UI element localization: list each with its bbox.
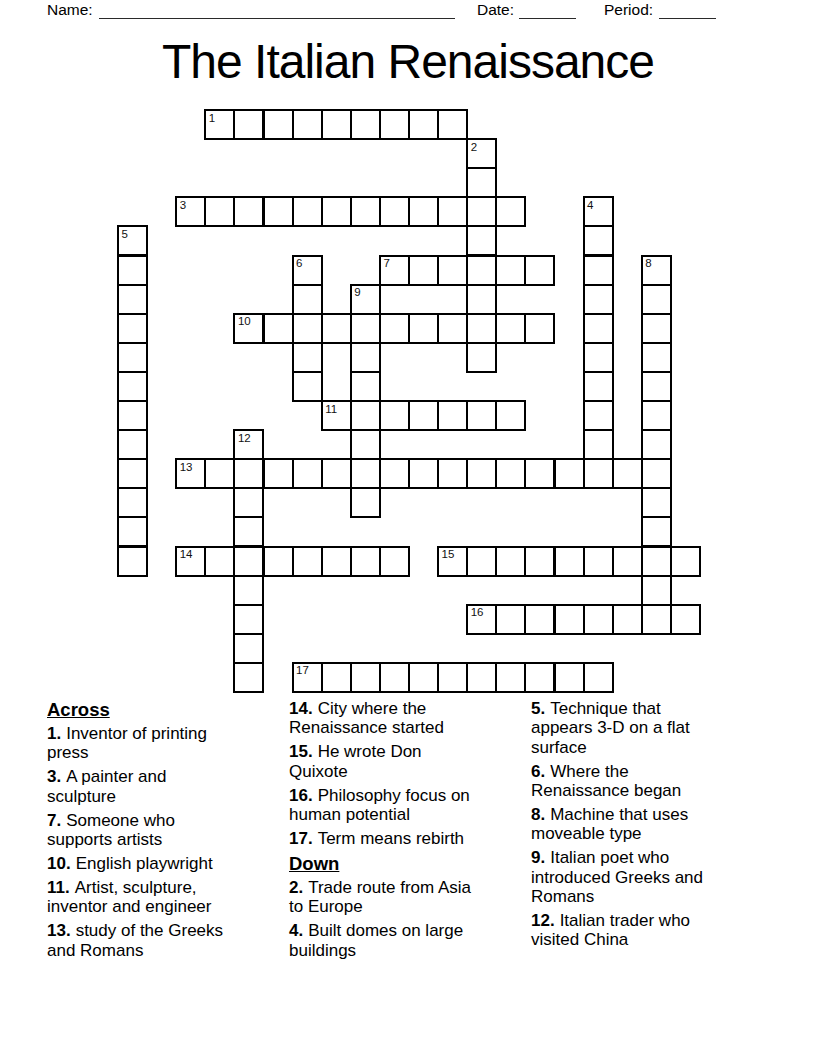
grid-cell-r0c9[interactable]: [379, 109, 410, 140]
grid-cell-r6c0[interactable]: [117, 284, 148, 315]
grid-cell-r19c6[interactable]: 17: [292, 662, 323, 693]
grid-cell-r15c17[interactable]: [612, 546, 643, 577]
grid-cell-r10c10[interactable]: [408, 400, 439, 431]
grid-cell-r12c7[interactable]: [321, 458, 352, 489]
grid-cell-r5c10[interactable]: [408, 255, 439, 286]
grid-cell-r3c12[interactable]: [466, 196, 497, 227]
grid-cell-r15c7[interactable]: [321, 546, 352, 577]
crossword-grid: 1234567891011121314151617: [117, 109, 703, 695]
grid-cell-r19c16[interactable]: [583, 662, 614, 693]
grid-cell-r0c7[interactable]: [321, 109, 352, 140]
grid-cell-r5c0[interactable]: [117, 255, 148, 286]
grid-cell-r12c12[interactable]: [466, 458, 497, 489]
grid-cell-r12c5[interactable]: [263, 458, 294, 489]
grid-cell-r4c16[interactable]: [583, 225, 614, 256]
grid-cell-r19c12[interactable]: [466, 662, 497, 693]
grid-cell-r3c7[interactable]: [321, 196, 352, 227]
clue-across-3: 3.A painter and sculpture: [47, 767, 267, 806]
grid-cell-r10c7[interactable]: 11: [321, 400, 352, 431]
grid-cell-r15c19[interactable]: [670, 546, 701, 577]
grid-cell-r9c18[interactable]: [641, 371, 672, 402]
grid-cell-r10c12[interactable]: [466, 400, 497, 431]
grid-cell-r19c8[interactable]: [350, 662, 381, 693]
clue-across-1: 1.Inventor of printing press: [47, 724, 267, 763]
grid-cell-r5c6[interactable]: 6: [292, 255, 323, 286]
grid-cell-r6c8[interactable]: 9: [350, 284, 381, 315]
clue-number-4: 4: [587, 199, 593, 211]
grid-cell-r12c18[interactable]: [641, 458, 672, 489]
clue-number-6: 6: [296, 257, 302, 269]
clue-text: Inventor of printing press: [47, 724, 207, 762]
grid-cell-r19c9[interactable]: [379, 662, 410, 693]
page-title: The Italian Renaissance: [0, 34, 816, 89]
grid-cell-r7c12[interactable]: [466, 313, 497, 344]
clue-down-6: 6.Where the Renaissance began: [531, 762, 771, 801]
grid-cell-r3c11[interactable]: [437, 196, 468, 227]
grid-cell-r3c2[interactable]: 3: [175, 196, 206, 227]
grid-cell-r14c18[interactable]: [641, 516, 672, 547]
clue-number-3: 3: [180, 199, 186, 211]
clue-label: 11.: [47, 878, 70, 897]
grid-cell-r19c7[interactable]: [321, 662, 352, 693]
clue-across-11: 11.Artist, sculpture, inventor and engin…: [47, 878, 267, 917]
grid-cell-r13c18[interactable]: [641, 487, 672, 518]
grid-cell-r17c13[interactable]: [495, 604, 526, 635]
grid-cell-r5c12[interactable]: [466, 255, 497, 286]
grid-cell-r12c11[interactable]: [437, 458, 468, 489]
grid-cell-r12c16[interactable]: [583, 458, 614, 489]
grid-cell-r7c6[interactable]: [292, 313, 323, 344]
clue-number-2: 2: [471, 141, 477, 153]
clue-text: A painter and sculpture: [47, 767, 166, 805]
grid-cell-r15c15[interactable]: [554, 546, 585, 577]
clue-across-17: 17.Term means rebirth: [289, 829, 509, 848]
grid-cell-r13c0[interactable]: [117, 487, 148, 518]
grid-cell-r5c16[interactable]: [583, 255, 614, 286]
grid-cell-r1c12[interactable]: 2: [466, 138, 497, 169]
grid-cell-r0c6[interactable]: [292, 109, 323, 140]
grid-cell-r5c14[interactable]: [524, 255, 555, 286]
clue-text: Machine that uses moveable type: [531, 805, 688, 843]
clue-down-8: 8.Machine that uses moveable type: [531, 805, 771, 844]
period-label: Period:: [604, 1, 653, 19]
grid-cell-r15c13[interactable]: [495, 546, 526, 577]
grid-cell-r11c16[interactable]: [583, 429, 614, 460]
grid-cell-r3c10[interactable]: [408, 196, 439, 227]
grid-cell-r5c11[interactable]: [437, 255, 468, 286]
grid-cell-r4c12[interactable]: [466, 225, 497, 256]
grid-cell-r8c18[interactable]: [641, 342, 672, 373]
clue-text: Term means rebirth: [318, 829, 464, 848]
grid-cell-r2c12[interactable]: [466, 167, 497, 198]
grid-cell-r9c16[interactable]: [583, 371, 614, 402]
grid-cell-r12c10[interactable]: [408, 458, 439, 489]
clue-label: 13.: [47, 921, 71, 940]
grid-cell-r12c4[interactable]: [233, 458, 264, 489]
grid-cell-r14c4[interactable]: [233, 516, 264, 547]
clue-number-16: 16: [471, 606, 484, 618]
clue-text: Italian poet who introduced Greeks and R…: [531, 848, 703, 906]
grid-cell-r19c14[interactable]: [524, 662, 555, 693]
grid-cell-r10c11[interactable]: [437, 400, 468, 431]
clue-column-1: Across 1.Inventor of printing press3.A p…: [47, 699, 267, 964]
grid-cell-r12c2[interactable]: 13: [175, 458, 206, 489]
grid-cell-r17c18[interactable]: [641, 604, 672, 635]
clue-column-3: 5.Technique that appears 3-D on a flat s…: [531, 699, 771, 964]
grid-cell-r15c18[interactable]: [641, 546, 672, 577]
clue-label: 12.: [531, 911, 555, 930]
grid-cell-r3c6[interactable]: [292, 196, 323, 227]
grid-cell-r15c14[interactable]: [524, 546, 555, 577]
grid-cell-r8c12[interactable]: [466, 342, 497, 373]
grid-cell-r17c15[interactable]: [554, 604, 585, 635]
clues-section: Across 1.Inventor of printing press3.A p…: [47, 699, 777, 964]
clue-across-16: 16.Philosophy focus on human potential: [289, 786, 509, 825]
clue-column-2: 14.City where the Renaissance started15.…: [289, 699, 509, 964]
period-blank-line[interactable]: [659, 1, 716, 19]
grid-cell-r12c14[interactable]: [524, 458, 555, 489]
grid-cell-r3c16[interactable]: 4: [583, 196, 614, 227]
clue-number-15: 15: [442, 548, 455, 560]
clue-label: 5.: [531, 699, 545, 718]
grid-cell-r10c13[interactable]: [495, 400, 526, 431]
grid-cell-r6c6[interactable]: [292, 284, 323, 315]
grid-cell-r12c15[interactable]: [554, 458, 585, 489]
clue-down-4: 4.Built domes on large buildings: [289, 921, 509, 960]
clue-label: 9.: [531, 848, 545, 867]
grid-cell-r12c3[interactable]: [204, 458, 235, 489]
clue-down-2: 2.Trade route from Asia to Europe: [289, 878, 509, 917]
grid-cell-r12c13[interactable]: [495, 458, 526, 489]
grid-cell-r7c0[interactable]: [117, 313, 148, 344]
clue-label: 4.: [289, 921, 303, 940]
grid-cell-r15c3[interactable]: [204, 546, 235, 577]
grid-cell-r13c8[interactable]: [350, 487, 381, 518]
grid-cell-r15c16[interactable]: [583, 546, 614, 577]
clue-number-10: 10: [238, 315, 251, 327]
grid-cell-r7c8[interactable]: [350, 313, 381, 344]
clue-label: 17.: [289, 829, 313, 848]
grid-cell-r0c10[interactable]: [408, 109, 439, 140]
clue-label: 14.: [289, 699, 313, 718]
clue-number-9: 9: [354, 286, 360, 298]
grid-cell-r5c9[interactable]: 7: [379, 255, 410, 286]
grid-cell-r7c13[interactable]: [495, 313, 526, 344]
grid-cell-r0c8[interactable]: [350, 109, 381, 140]
grid-cell-r11c4[interactable]: 12: [233, 429, 264, 460]
grid-cell-r10c0[interactable]: [117, 400, 148, 431]
clue-across-7: 7.Someone who supports artists: [47, 811, 267, 850]
clue-label: 16.: [289, 786, 313, 805]
grid-cell-r4c0[interactable]: 5: [117, 225, 148, 256]
date-label: Date:: [477, 1, 514, 19]
grid-cell-r8c16[interactable]: [583, 342, 614, 373]
clue-across-10: 10.English playwright: [47, 854, 267, 873]
clue-label: 7.: [47, 811, 61, 830]
grid-cell-r15c12[interactable]: [466, 546, 497, 577]
clue-number-5: 5: [122, 228, 128, 240]
grid-cell-r7c18[interactable]: [641, 313, 672, 344]
grid-cell-r0c11[interactable]: [437, 109, 468, 140]
clue-text: Someone who supports artists: [47, 811, 175, 849]
clue-number-12: 12: [238, 432, 251, 444]
clue-text: Technique that appears 3-D on a flat sur…: [531, 699, 690, 757]
grid-cell-r15c6[interactable]: [292, 546, 323, 577]
grid-cell-r17c14[interactable]: [524, 604, 555, 635]
grid-cell-r10c8[interactable]: [350, 400, 381, 431]
grid-cell-r3c5[interactable]: [263, 196, 294, 227]
grid-cell-r5c13[interactable]: [495, 255, 526, 286]
grid-cell-r18c4[interactable]: [233, 633, 264, 664]
grid-cell-r10c9[interactable]: [379, 400, 410, 431]
grid-cell-r19c13[interactable]: [495, 662, 526, 693]
clue-label: 8.: [531, 805, 545, 824]
grid-cell-r13c4[interactable]: [233, 487, 264, 518]
grid-cell-r15c0[interactable]: [117, 546, 148, 577]
grid-cell-r9c6[interactable]: [292, 371, 323, 402]
grid-cell-r9c8[interactable]: [350, 371, 381, 402]
grid-cell-r6c12[interactable]: [466, 284, 497, 315]
grid-cell-r7c14[interactable]: [524, 313, 555, 344]
grid-cell-r3c3[interactable]: [204, 196, 235, 227]
grid-cell-r7c4[interactable]: 10: [233, 313, 264, 344]
grid-cell-r11c18[interactable]: [641, 429, 672, 460]
grid-cell-r3c4[interactable]: [233, 196, 264, 227]
grid-cell-r15c11[interactable]: 15: [437, 546, 468, 577]
date-blank-line[interactable]: [519, 1, 576, 19]
grid-cell-r6c16[interactable]: [583, 284, 614, 315]
grid-cell-r14c0[interactable]: [117, 516, 148, 547]
clue-text: Built domes on large buildings: [289, 921, 463, 959]
clue-down-9: 9.Italian poet who introduced Greeks and…: [531, 848, 771, 906]
clue-number-14: 14: [180, 548, 193, 560]
clue-down-12: 12.Italian trader who visited China: [531, 911, 771, 950]
grid-cell-r15c4[interactable]: [233, 546, 264, 577]
grid-cell-r19c15[interactable]: [554, 662, 585, 693]
clue-text: Artist, sculpture, inventor and engineer: [47, 878, 211, 916]
grid-cell-r11c8[interactable]: [350, 429, 381, 460]
grid-cell-r12c6[interactable]: [292, 458, 323, 489]
clue-number-8: 8: [645, 257, 651, 269]
grid-cell-r6c18[interactable]: [641, 284, 672, 315]
across-header: Across: [47, 699, 267, 720]
clue-across-15: 15.He wrote Don Quixote: [289, 742, 509, 781]
grid-cell-r17c17[interactable]: [612, 604, 643, 635]
clue-text: English playwright: [76, 854, 213, 873]
grid-cell-r17c12[interactable]: 16: [466, 604, 497, 635]
grid-cell-r7c9[interactable]: [379, 313, 410, 344]
grid-cell-r9c0[interactable]: [117, 371, 148, 402]
grid-cell-r11c0[interactable]: [117, 429, 148, 460]
clue-number-11: 11: [325, 403, 337, 415]
grid-cell-r7c10[interactable]: [408, 313, 439, 344]
grid-cell-r3c9[interactable]: [379, 196, 410, 227]
grid-cell-r17c4[interactable]: [233, 604, 264, 635]
down-header: Down: [289, 853, 509, 874]
clue-label: 1.: [47, 724, 61, 743]
grid-cell-r15c9[interactable]: [379, 546, 410, 577]
grid-cell-r7c16[interactable]: [583, 313, 614, 344]
grid-cell-r7c7[interactable]: [321, 313, 352, 344]
clue-label: 6.: [531, 762, 545, 781]
worksheet-page: Name: Date: Period: The Italian Renaissa…: [0, 0, 816, 1056]
clue-text: study of the Greeks and Romans: [47, 921, 223, 959]
grid-cell-r19c10[interactable]: [408, 662, 439, 693]
grid-cell-r8c6[interactable]: [292, 342, 323, 373]
grid-cell-r0c5[interactable]: [263, 109, 294, 140]
grid-cell-r12c17[interactable]: [612, 458, 643, 489]
grid-cell-r7c11[interactable]: [437, 313, 468, 344]
clue-across-14: 14.City where the Renaissance started: [289, 699, 509, 738]
clue-across-13: 13.study of the Greeks and Romans: [47, 921, 267, 960]
grid-cell-r8c8[interactable]: [350, 342, 381, 373]
grid-cell-r0c3[interactable]: 1: [204, 109, 235, 140]
grid-cell-r0c4[interactable]: [233, 109, 264, 140]
grid-cell-r8c0[interactable]: [117, 342, 148, 373]
grid-cell-r12c8[interactable]: [350, 458, 381, 489]
grid-cell-r17c16[interactable]: [583, 604, 614, 635]
clue-label: 2.: [289, 878, 303, 897]
clue-text: Philosophy focus on human potential: [289, 786, 470, 824]
clue-number-7: 7: [383, 257, 389, 269]
clue-text: Where the Renaissance began: [531, 762, 681, 800]
name-label: Name:: [47, 1, 93, 19]
grid-cell-r19c4[interactable]: [233, 662, 264, 693]
clue-text: Trade route from Asia to Europe: [289, 878, 471, 916]
grid-cell-r17c19[interactable]: [670, 604, 701, 635]
clue-number-1: 1: [209, 112, 215, 124]
grid-cell-r15c2[interactable]: 14: [175, 546, 206, 577]
clue-label: 15.: [289, 742, 313, 761]
name-blank-line[interactable]: [99, 1, 455, 19]
grid-cell-r7c5[interactable]: [263, 313, 294, 344]
clue-number-13: 13: [180, 461, 193, 473]
grid-cell-r12c9[interactable]: [379, 458, 410, 489]
grid-cell-r3c8[interactable]: [350, 196, 381, 227]
grid-cell-r19c11[interactable]: [437, 662, 468, 693]
grid-cell-r3c13[interactable]: [495, 196, 526, 227]
grid-cell-r16c4[interactable]: [233, 575, 264, 606]
grid-cell-r5c18[interactable]: 8: [641, 255, 672, 286]
clue-down-5: 5.Technique that appears 3-D on a flat s…: [531, 699, 771, 757]
grid-cell-r16c18[interactable]: [641, 575, 672, 606]
clue-label: 3.: [47, 767, 61, 786]
clue-number-17: 17: [296, 664, 309, 676]
grid-cell-r10c18[interactable]: [641, 400, 672, 431]
grid-cell-r15c8[interactable]: [350, 546, 381, 577]
grid-cell-r10c16[interactable]: [583, 400, 614, 431]
clue-label: 10.: [47, 854, 71, 873]
grid-cell-r12c0[interactable]: [117, 458, 148, 489]
grid-cell-r15c5[interactable]: [263, 546, 294, 577]
